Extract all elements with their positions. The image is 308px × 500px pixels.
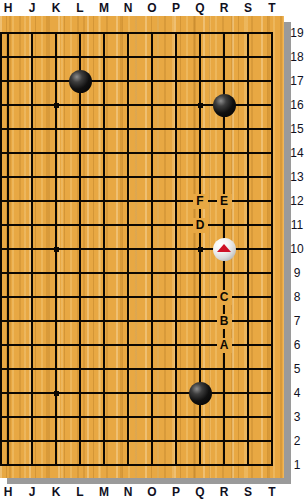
row-label-9: 9: [286, 266, 308, 280]
black-stone-R16[interactable]: [213, 94, 236, 117]
row-label-4: 4: [286, 386, 308, 400]
grid-line-horizontal: [0, 296, 273, 298]
col-label-top-K: K: [52, 1, 61, 15]
grid-line-horizontal: [0, 464, 273, 466]
col-label-bottom-S: S: [244, 485, 252, 499]
col-label-top-L: L: [76, 1, 83, 15]
row-label-15: 15: [286, 122, 308, 136]
grid-line-horizontal: [0, 32, 273, 34]
white-stone-R10[interactable]: [213, 238, 236, 261]
col-label-bottom-H: H: [4, 485, 13, 499]
col-label-bottom-N: N: [124, 485, 133, 499]
col-label-top-H: H: [4, 1, 13, 15]
go-board[interactable]: ABCDEF: [0, 16, 284, 478]
col-label-bottom-M: M: [99, 485, 109, 499]
row-label-2: 2: [286, 434, 308, 448]
col-label-top-Q: Q: [195, 1, 204, 15]
row-label-13: 13: [286, 170, 308, 184]
grid-line-horizontal: [0, 200, 273, 202]
go-diagram: ABCDEF HJKLMNOPQRST HJKLMNOPQRST 1918171…: [0, 0, 308, 500]
row-label-3: 3: [286, 410, 308, 424]
grid-line-horizontal: [0, 128, 273, 130]
col-label-top-O: O: [147, 1, 156, 15]
grid-line-horizontal: [0, 56, 273, 58]
col-label-bottom-Q: Q: [195, 485, 204, 499]
grid-line-horizontal: [0, 152, 273, 154]
grid-line-horizontal: [0, 440, 273, 442]
row-label-10: 10: [286, 242, 308, 256]
col-label-top-T: T: [268, 1, 275, 15]
row-label-1: 1: [286, 458, 308, 472]
black-stone-Q4[interactable]: [189, 382, 212, 405]
point-label-F: F: [193, 194, 208, 209]
row-label-12: 12: [286, 194, 308, 208]
star-point-Q10: [198, 247, 203, 252]
point-label-E: E: [217, 194, 232, 209]
grid-line-horizontal: [0, 176, 273, 178]
triangle-marker: [217, 244, 231, 252]
star-point-K16: [54, 103, 59, 108]
star-point-K4: [54, 391, 59, 396]
row-label-6: 6: [286, 338, 308, 352]
point-label-A: A: [217, 338, 232, 353]
col-label-bottom-R: R: [220, 485, 229, 499]
row-label-7: 7: [286, 314, 308, 328]
point-label-D: D: [193, 218, 208, 233]
grid-line-horizontal: [0, 80, 273, 82]
col-label-bottom-J: J: [29, 485, 36, 499]
col-label-bottom-O: O: [147, 485, 156, 499]
grid-line-horizontal: [0, 224, 273, 226]
row-label-5: 5: [286, 362, 308, 376]
col-label-bottom-T: T: [268, 485, 275, 499]
grid-line-horizontal: [0, 416, 273, 418]
grid-line-horizontal: [0, 320, 273, 322]
row-label-11: 11: [286, 218, 308, 232]
row-label-18: 18: [286, 50, 308, 64]
star-point-Q16: [198, 103, 203, 108]
col-label-top-R: R: [220, 1, 229, 15]
col-label-bottom-L: L: [76, 485, 83, 499]
point-label-C: C: [217, 290, 232, 305]
row-label-8: 8: [286, 290, 308, 304]
row-label-17: 17: [286, 74, 308, 88]
point-label-B: B: [217, 314, 232, 329]
grid-line-horizontal: [0, 272, 273, 274]
row-label-19: 19: [286, 26, 308, 40]
row-label-16: 16: [286, 98, 308, 112]
col-label-bottom-K: K: [52, 485, 61, 499]
col-label-top-J: J: [29, 1, 36, 15]
col-label-top-P: P: [172, 1, 180, 15]
black-stone-L17[interactable]: [69, 70, 92, 93]
grid-line-horizontal: [0, 392, 273, 394]
grid-line-horizontal: [0, 344, 273, 346]
row-label-14: 14: [286, 146, 308, 160]
col-label-top-N: N: [124, 1, 133, 15]
col-label-bottom-P: P: [172, 485, 180, 499]
grid-line-horizontal: [0, 368, 273, 370]
star-point-K10: [54, 247, 59, 252]
col-label-top-S: S: [244, 1, 252, 15]
col-label-top-M: M: [99, 1, 109, 15]
